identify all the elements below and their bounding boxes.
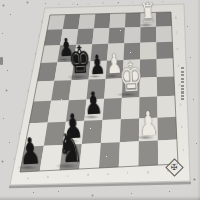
rank-label-right-4: 4 (178, 84, 180, 87)
rank-label-left-5: 5 (31, 70, 33, 73)
file-label-top-b: b (73, 3, 75, 6)
rank-label-left-3: 3 (23, 111, 25, 114)
rank-label-right-3: 3 (180, 104, 182, 107)
pieces-layer: 8877665544332211aabbccddeeffgghh♜♟♚♟♟♚♟♟… (0, 0, 200, 200)
file-label-top-d: d (102, 2, 104, 5)
file-label-top-f: f (132, 2, 133, 5)
file-label-top-a: a (58, 3, 60, 6)
rank-label-left-8: 8 (41, 21, 43, 24)
piece-black-pawn-d5[interactable]: ♟ (88, 51, 107, 78)
rank-label-left-7: 7 (38, 36, 40, 39)
file-label-bottom-h: h (167, 170, 169, 173)
rank-label-right-6: 6 (176, 48, 178, 51)
file-label-bottom-e: e (107, 173, 109, 176)
rank-label-right-7: 7 (176, 32, 178, 35)
rank-label-right-2: 2 (181, 126, 183, 129)
piece-black-knight-c1[interactable]: ♞ (55, 125, 85, 169)
rank-label-left-6: 6 (34, 53, 36, 56)
left-edge-mark (0, 57, 3, 65)
file-label-top-c: c (87, 3, 89, 6)
file-label-top-e: e (117, 2, 119, 5)
rank-label-right-5: 5 (177, 65, 179, 68)
file-label-bottom-f: f (127, 172, 128, 175)
file-label-bottom-b: b (47, 176, 49, 179)
rank-label-right-1: 1 (182, 149, 184, 152)
piece-black-pawn-a1[interactable]: ♟ (18, 133, 44, 171)
piece-black-pawn-d3[interactable]: ♟ (83, 88, 105, 120)
piece-white-rook-g8[interactable]: ♜ (139, 0, 157, 27)
piece-white-pawn-g2[interactable]: ♟ (137, 106, 161, 140)
rank-label-right-8: 8 (175, 17, 177, 20)
rank-label-left-1: 1 (13, 158, 15, 161)
file-label-top-h: h (162, 1, 164, 4)
file-label-bottom-a: a (27, 177, 29, 180)
file-label-bottom-c: c (67, 175, 69, 178)
rank-label-left-4: 4 (27, 90, 29, 93)
file-label-bottom-g: g (147, 171, 149, 174)
piece-white-king-f4[interactable]: ♚ (116, 56, 145, 98)
file-label-bottom-d: d (87, 174, 89, 177)
chessboard-photo: ✠ 8877665544332211aabbccddeeffgghh♜♟♚♟♟♚… (0, 0, 200, 200)
